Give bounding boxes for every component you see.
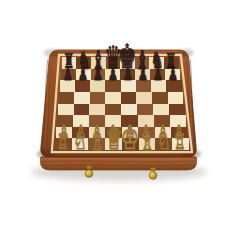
square-g6 <box>151 80 166 92</box>
square-c4 <box>89 104 105 116</box>
square-g2 <box>155 127 171 139</box>
square-b5 <box>74 92 90 104</box>
square-a6 <box>60 80 75 92</box>
product-photo: ♜♞♝♛♚♝♞♜♟♟♟♟♟♟♟♟♙♙♙♙♙♙♙♙♖♘♗♕♔♗♘♖ <box>0 0 235 235</box>
square-g4 <box>153 104 169 116</box>
square-a4 <box>58 104 74 116</box>
square-c3 <box>89 115 105 127</box>
square-h1 <box>172 138 189 150</box>
board-rank-7 <box>61 69 181 81</box>
square-c6 <box>90 80 105 92</box>
square-e3 <box>121 115 137 127</box>
board-rank-8 <box>62 57 179 69</box>
square-g3 <box>154 115 170 127</box>
square-f3 <box>138 115 154 127</box>
square-f4 <box>137 104 153 116</box>
square-h6 <box>166 80 181 92</box>
square-c1 <box>88 138 105 150</box>
square-b8 <box>76 57 91 69</box>
board-rank-6 <box>60 80 182 92</box>
square-a5 <box>59 92 75 104</box>
square-b7 <box>76 69 91 81</box>
square-h3 <box>170 115 186 127</box>
square-e8 <box>120 57 135 69</box>
square-g5 <box>152 92 168 104</box>
square-a3 <box>57 115 73 127</box>
square-e5 <box>121 92 137 104</box>
square-e7 <box>120 69 135 81</box>
square-b6 <box>75 80 90 92</box>
square-d5 <box>105 92 121 104</box>
square-h2 <box>171 127 187 139</box>
square-a1 <box>55 138 72 150</box>
square-f8 <box>135 57 150 69</box>
square-d6 <box>105 80 120 92</box>
square-f2 <box>138 127 154 139</box>
square-b2 <box>72 127 88 139</box>
board-rank-2 <box>56 127 187 139</box>
square-d3 <box>105 115 121 127</box>
square-e6 <box>121 80 136 92</box>
square-f5 <box>136 92 152 104</box>
board-rank-3 <box>57 115 186 127</box>
square-h8 <box>164 57 179 69</box>
square-d8 <box>106 57 121 69</box>
square-b3 <box>73 115 89 127</box>
square-g1 <box>155 138 172 150</box>
board-rank-4 <box>58 104 185 116</box>
square-b4 <box>74 104 90 116</box>
square-d2 <box>105 127 121 139</box>
square-d1 <box>105 138 122 150</box>
square-f1 <box>139 138 156 150</box>
square-f6 <box>136 80 151 92</box>
square-c7 <box>91 69 106 81</box>
square-g8 <box>149 57 164 69</box>
square-d7 <box>105 69 120 81</box>
square-g7 <box>150 69 165 81</box>
square-b1 <box>72 138 89 150</box>
square-d4 <box>105 104 121 116</box>
square-h5 <box>168 92 184 104</box>
square-c2 <box>89 127 105 139</box>
board-rank-5 <box>59 92 183 104</box>
square-c5 <box>90 92 106 104</box>
square-h7 <box>165 69 180 81</box>
square-a2 <box>56 127 72 139</box>
square-c8 <box>91 57 106 69</box>
chess-board <box>0 0 235 235</box>
square-h4 <box>169 104 185 116</box>
square-a8 <box>62 57 77 69</box>
square-e4 <box>121 104 137 116</box>
square-f7 <box>135 69 150 81</box>
square-e1 <box>122 138 139 150</box>
board-rank-1 <box>55 138 189 150</box>
square-a7 <box>61 69 76 81</box>
square-e2 <box>122 127 138 139</box>
